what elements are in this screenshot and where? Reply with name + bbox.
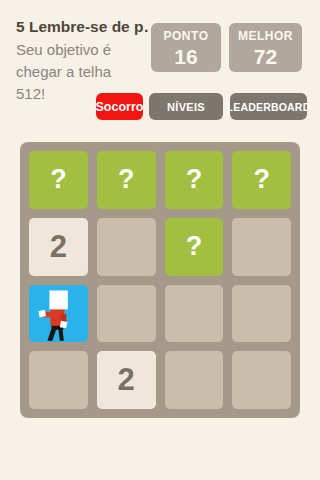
cell-r1c3-mystery-tile: ? (165, 151, 224, 209)
board-grid[interactable]: ????2? 2 (20, 142, 300, 418)
best-score-box: MELHOR 72 (229, 23, 302, 72)
cell-r1c2-mystery-tile: ? (97, 151, 156, 209)
level-goal-line-2: chegar a telha (16, 61, 148, 83)
cell-r3c1-player-tile (29, 285, 88, 343)
cell-r2c3-mystery-tile: ? (165, 218, 224, 276)
leaderboard-button[interactable]: LEADERBOARD (230, 93, 307, 120)
cell-r4c3-empty-tile (165, 351, 224, 409)
help-button[interactable]: Socorro (96, 93, 143, 120)
cell-r4c2-value-tile: 2 (97, 351, 156, 409)
best-score-label: MELHOR (238, 29, 293, 43)
cell-r3c3-empty-tile (165, 285, 224, 343)
levels-button[interactable]: NÍVEIS (149, 93, 223, 120)
best-score-value: 72 (254, 48, 277, 66)
cell-r4c1-empty-tile (29, 351, 88, 409)
score-value: 16 (174, 48, 197, 66)
score-label: PONTO (164, 29, 209, 43)
cell-r2c1-value-tile: 2 (29, 218, 88, 276)
cell-r1c1-mystery-tile: ? (29, 151, 88, 209)
cell-r2c2-empty-tile (97, 218, 156, 276)
score-box: PONTO 16 (151, 23, 221, 72)
level-info: 5 Lembre-se de p… Seu objetivo é chegar … (16, 18, 148, 105)
level-title: 5 Lembre-se de p… (16, 18, 148, 36)
cell-r1c4-mystery-tile: ? (232, 151, 291, 209)
player-character-icon (29, 285, 88, 343)
level-goal-line-1: Seu objetivo é (16, 39, 148, 61)
cell-r3c2-empty-tile (97, 285, 156, 343)
cell-r3c4-empty-tile (232, 285, 291, 343)
cell-r2c4-empty-tile (232, 218, 291, 276)
cell-r4c4-empty-tile (232, 351, 291, 409)
